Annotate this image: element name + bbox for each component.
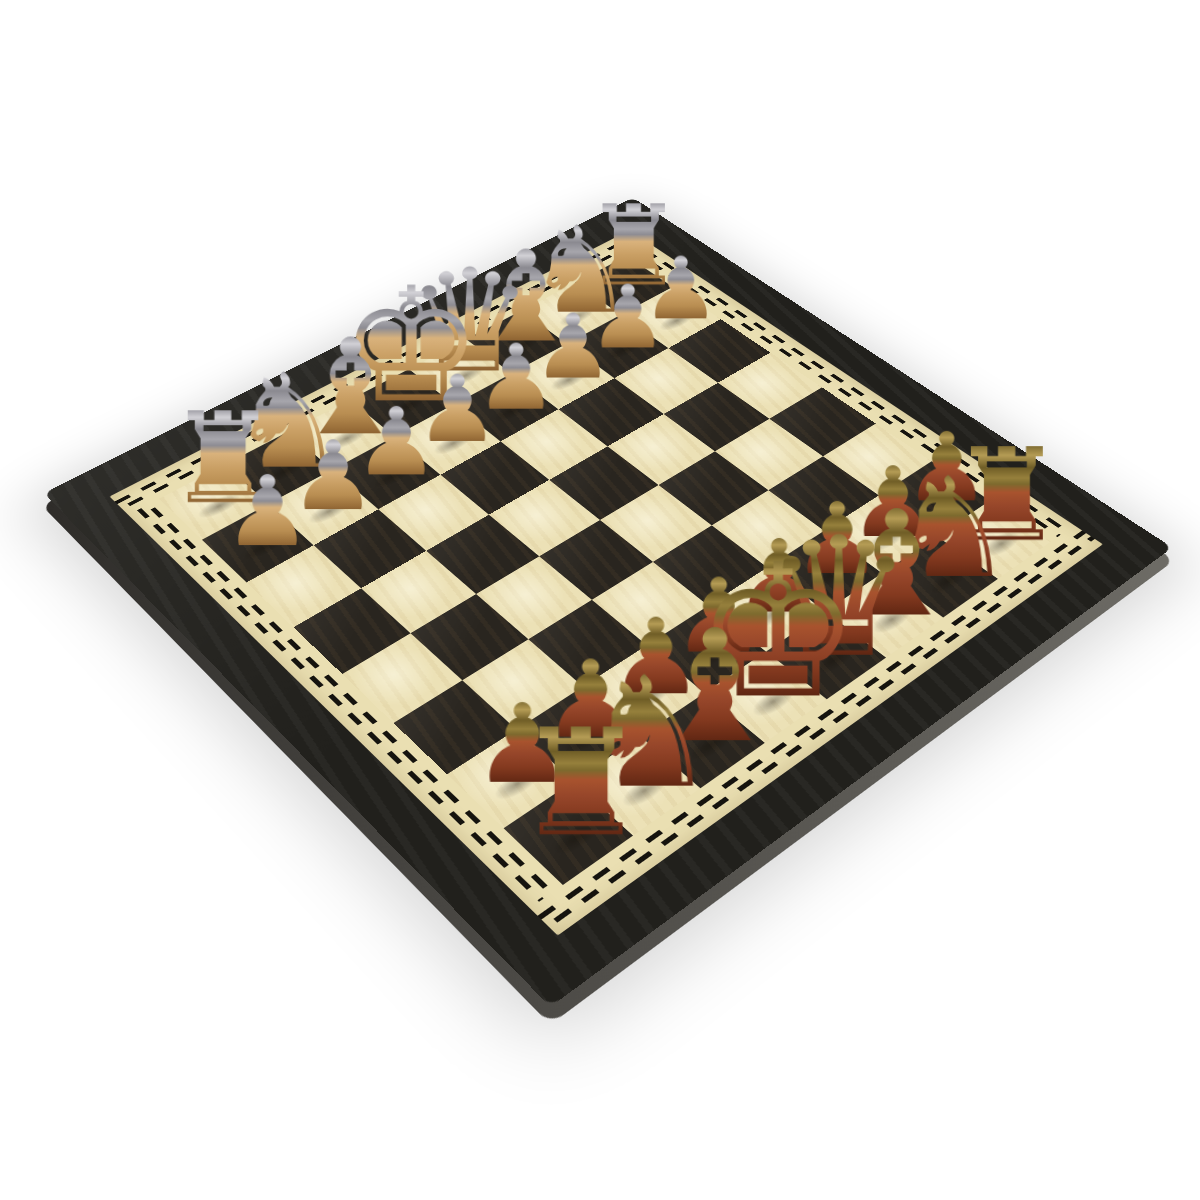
square-c4[interactable] (607, 414, 714, 485)
product-photo-scene: ♜♞♝♚♛♝♞♜♟♟♟♟♟♟♟♟♟♟♟♟♟♟♟♟♜♞♝♚♛♝♞♜ (0, 0, 1200, 1200)
playing-field: ♜♞♝♚♛♝♞♜♟♟♟♟♟♟♟♟♟♟♟♟♟♟♟♟♜♞♝♚♛♝♞♜ (159, 256, 1051, 885)
piece-white-pawn-h2[interactable]: ♟ (223, 473, 310, 551)
chess-board: ♜♞♝♚♛♝♞♜♟♟♟♟♟♟♟♟♟♟♟♟♟♟♟♟♜♞♝♚♛♝♞♜ (44, 198, 1173, 1007)
piece-black-rook-h8[interactable]: ♜ (514, 725, 646, 843)
board-top: ♜♞♝♚♛♝♞♜♟♟♟♟♟♟♟♟♟♟♟♟♟♟♟♟♜♞♝♚♛♝♞♜ (44, 198, 1173, 1007)
